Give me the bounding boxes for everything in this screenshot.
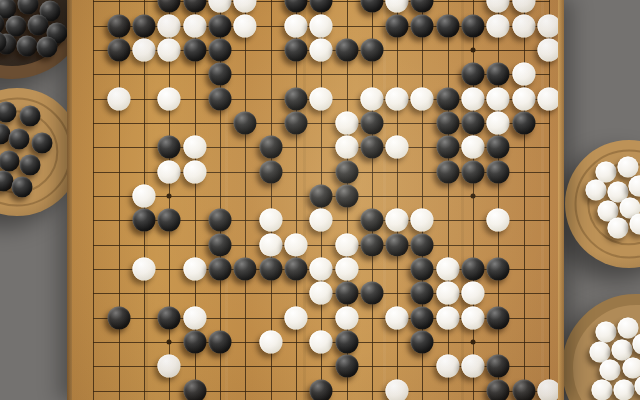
- grid-line-col-17: [524, 0, 525, 400]
- black-stone-10-16[interactable]: [335, 355, 358, 378]
- hoshi-point-15-15: [471, 339, 476, 344]
- black-stone-2-2[interactable]: [132, 14, 155, 37]
- black-stone-8-6[interactable]: [284, 112, 307, 135]
- table-surface: [0, 0, 640, 400]
- black-stone-14-2[interactable]: [436, 14, 459, 37]
- white-stone-4-14[interactable]: [183, 306, 206, 329]
- black-stone-16-8[interactable]: [487, 160, 510, 183]
- black-stone-13-1[interactable]: [411, 0, 434, 13]
- white-stone-9-15[interactable]: [310, 330, 333, 353]
- hoshi-point-3-15: [167, 339, 172, 344]
- white-stone-17-4[interactable]: [512, 63, 535, 86]
- black-stone-16-4[interactable]: [487, 63, 510, 86]
- white-stone-12-10[interactable]: [386, 209, 409, 232]
- hoshi-point-15-3: [471, 48, 476, 53]
- black-stone-5-12[interactable]: [208, 257, 231, 280]
- white-stone-10-6[interactable]: [335, 112, 358, 135]
- white-stone-16-1[interactable]: [487, 0, 510, 13]
- black-stone-3-14[interactable]: [158, 306, 181, 329]
- white-stone-10-11[interactable]: [335, 233, 358, 256]
- black-stone-11-3[interactable]: [360, 39, 383, 62]
- black-stone-8-12[interactable]: [284, 257, 307, 280]
- white-stone-4-8[interactable]: [183, 160, 206, 183]
- black-stone-14-5[interactable]: [436, 87, 459, 110]
- white-stone-2-3[interactable]: [132, 39, 155, 62]
- black-stone-in-bowl-black-full[interactable]: [17, 36, 38, 57]
- black-stone-17-17[interactable]: [512, 379, 535, 400]
- white-stone-9-5[interactable]: [310, 87, 333, 110]
- black-stone-3-1[interactable]: [158, 0, 181, 13]
- black-stone-16-7[interactable]: [487, 136, 510, 159]
- white-stone-4-12[interactable]: [183, 257, 206, 280]
- black-stone-15-12[interactable]: [462, 257, 485, 280]
- black-stone-16-16[interactable]: [487, 355, 510, 378]
- white-stone-in-bowl-white-full[interactable]: [592, 380, 613, 400]
- black-stone-7-12[interactable]: [259, 257, 282, 280]
- black-stone-10-9[interactable]: [335, 185, 358, 208]
- white-stone-in-lid-white[interactable]: [608, 218, 629, 239]
- white-stone-14-13[interactable]: [436, 282, 459, 305]
- black-stone-15-6[interactable]: [462, 112, 485, 135]
- black-stone-4-15[interactable]: [183, 330, 206, 353]
- white-stone-9-3[interactable]: [310, 39, 333, 62]
- white-stone-15-5[interactable]: [462, 87, 485, 110]
- black-stone-4-17[interactable]: [183, 379, 206, 400]
- white-stone-in-bowl-white-full[interactable]: [600, 360, 621, 381]
- black-stone-9-17[interactable]: [310, 379, 333, 400]
- black-stone-4-3[interactable]: [183, 39, 206, 62]
- black-stone-11-13[interactable]: [360, 282, 383, 305]
- black-stone-1-14[interactable]: [107, 306, 130, 329]
- grid-line-col-12: [397, 0, 398, 400]
- black-stone-13-12[interactable]: [411, 257, 434, 280]
- board-right-edge: [558, 0, 564, 400]
- black-stone-in-lid-black[interactable]: [32, 133, 53, 154]
- black-stone-16-14[interactable]: [487, 306, 510, 329]
- go-board[interactable]: [67, 0, 564, 400]
- white-stone-16-6[interactable]: [487, 112, 510, 135]
- white-stone-4-2[interactable]: [183, 14, 206, 37]
- black-stone-12-2[interactable]: [386, 14, 409, 37]
- black-stone-11-10[interactable]: [360, 209, 383, 232]
- white-stone-4-7[interactable]: [183, 136, 206, 159]
- black-stone-13-2[interactable]: [411, 14, 434, 37]
- black-stone-10-13[interactable]: [335, 282, 358, 305]
- white-stone-13-10[interactable]: [411, 209, 434, 232]
- white-stone-15-13[interactable]: [462, 282, 485, 305]
- white-stone-14-16[interactable]: [436, 355, 459, 378]
- black-stone-10-8[interactable]: [335, 160, 358, 183]
- black-stone-10-3[interactable]: [335, 39, 358, 62]
- black-stone-3-10[interactable]: [158, 209, 181, 232]
- grid-line-col-14: [448, 0, 449, 400]
- black-stone-3-7[interactable]: [158, 136, 181, 159]
- black-stone-16-12[interactable]: [487, 257, 510, 280]
- black-stone-11-1[interactable]: [360, 0, 383, 13]
- white-stone-2-9[interactable]: [132, 185, 155, 208]
- black-stone-15-8[interactable]: [462, 160, 485, 183]
- black-stone-14-8[interactable]: [436, 160, 459, 183]
- black-stone-6-6[interactable]: [234, 112, 257, 135]
- white-stone-8-2[interactable]: [284, 14, 307, 37]
- black-stone-16-17[interactable]: [487, 379, 510, 400]
- black-stone-1-2[interactable]: [107, 14, 130, 37]
- black-stone-10-15[interactable]: [335, 330, 358, 353]
- white-stone-6-2[interactable]: [234, 14, 257, 37]
- grid-line-row-11: [93, 245, 550, 246]
- white-stone-in-bowl-white-full[interactable]: [623, 358, 640, 379]
- white-stone-15-7[interactable]: [462, 136, 485, 159]
- white-stone-13-5[interactable]: [411, 87, 434, 110]
- white-stone-16-10[interactable]: [487, 209, 510, 232]
- black-stone-14-6[interactable]: [436, 112, 459, 135]
- black-stone-13-14[interactable]: [411, 306, 434, 329]
- black-stone-5-3[interactable]: [208, 39, 231, 62]
- white-stone-in-bowl-white-full[interactable]: [596, 322, 617, 343]
- white-stone-16-5[interactable]: [487, 87, 510, 110]
- white-stone-14-12[interactable]: [436, 257, 459, 280]
- white-stone-11-5[interactable]: [360, 87, 383, 110]
- black-stone-5-11[interactable]: [208, 233, 231, 256]
- black-stone-8-1[interactable]: [284, 0, 307, 13]
- white-stone-2-12[interactable]: [132, 257, 155, 280]
- black-stone-9-9[interactable]: [310, 185, 333, 208]
- black-stone-11-6[interactable]: [360, 112, 383, 135]
- white-stone-3-3[interactable]: [158, 39, 181, 62]
- black-stone-13-15[interactable]: [411, 330, 434, 353]
- white-stone-8-11[interactable]: [284, 233, 307, 256]
- white-stone-3-5[interactable]: [158, 87, 181, 110]
- black-stone-11-11[interactable]: [360, 233, 383, 256]
- white-stone-10-7[interactable]: [335, 136, 358, 159]
- white-stone-1-5[interactable]: [107, 87, 130, 110]
- black-stone-8-3[interactable]: [284, 39, 307, 62]
- white-stone-9-10[interactable]: [310, 209, 333, 232]
- black-stone-8-5[interactable]: [284, 87, 307, 110]
- black-stone-17-6[interactable]: [512, 112, 535, 135]
- grid-line-col-0: [93, 0, 94, 400]
- black-stone-4-1[interactable]: [183, 0, 206, 13]
- black-stone-in-lid-black[interactable]: [9, 129, 30, 150]
- white-stone-10-14[interactable]: [335, 306, 358, 329]
- white-stone-17-1[interactable]: [512, 0, 535, 13]
- black-stone-5-15[interactable]: [208, 330, 231, 353]
- white-stone-in-lid-white[interactable]: [618, 157, 639, 178]
- black-stone-5-2[interactable]: [208, 14, 231, 37]
- black-stone-15-2[interactable]: [462, 14, 485, 37]
- black-stone-1-3[interactable]: [107, 39, 130, 62]
- white-stone-7-15[interactable]: [259, 330, 282, 353]
- board-left-edge: [67, 0, 72, 400]
- white-stone-12-17[interactable]: [386, 379, 409, 400]
- white-stone-7-10[interactable]: [259, 209, 282, 232]
- white-stone-9-13[interactable]: [310, 282, 333, 305]
- black-stone-in-lid-black[interactable]: [20, 155, 41, 176]
- white-stone-17-2[interactable]: [512, 14, 535, 37]
- white-stone-15-14[interactable]: [462, 306, 485, 329]
- white-stone-16-2[interactable]: [487, 14, 510, 37]
- white-stone-in-bowl-white-full[interactable]: [614, 380, 635, 400]
- black-stone-in-bowl-black-full[interactable]: [37, 37, 58, 58]
- black-stone-5-10[interactable]: [208, 209, 231, 232]
- black-stone-in-lid-black[interactable]: [20, 106, 41, 127]
- white-stone-10-12[interactable]: [335, 257, 358, 280]
- white-stone-12-7[interactable]: [386, 136, 409, 159]
- black-stone-15-4[interactable]: [462, 63, 485, 86]
- black-stone-13-13[interactable]: [411, 282, 434, 305]
- black-stone-5-4[interactable]: [208, 63, 231, 86]
- white-stone-9-2[interactable]: [310, 14, 333, 37]
- hoshi-point-15-9: [471, 194, 476, 199]
- white-stone-12-5[interactable]: [386, 87, 409, 110]
- white-stone-17-5[interactable]: [512, 87, 535, 110]
- black-stone-11-7[interactable]: [360, 136, 383, 159]
- grid-line-col-6: [245, 0, 246, 400]
- white-stone-12-1[interactable]: [386, 0, 409, 13]
- white-stone-3-2[interactable]: [158, 14, 181, 37]
- black-stone-5-5[interactable]: [208, 87, 231, 110]
- white-stone-3-8[interactable]: [158, 160, 181, 183]
- black-stone-14-7[interactable]: [436, 136, 459, 159]
- white-stone-6-1[interactable]: [234, 0, 257, 13]
- black-stone-in-lid-black[interactable]: [12, 177, 33, 198]
- white-stone-7-11[interactable]: [259, 233, 282, 256]
- white-stone-in-lid-white[interactable]: [586, 180, 607, 201]
- black-stone-in-bowl-black-full[interactable]: [28, 15, 49, 36]
- black-stone-6-12[interactable]: [234, 257, 257, 280]
- white-stone-8-14[interactable]: [284, 306, 307, 329]
- white-stone-12-14[interactable]: [386, 306, 409, 329]
- black-stone-9-1[interactable]: [310, 0, 333, 13]
- black-stone-2-10[interactable]: [132, 209, 155, 232]
- white-stone-3-16[interactable]: [158, 355, 181, 378]
- white-stone-14-14[interactable]: [436, 306, 459, 329]
- grid-line-col-16: [498, 0, 499, 400]
- black-stone-12-11[interactable]: [386, 233, 409, 256]
- white-stone-5-1[interactable]: [208, 0, 231, 13]
- hoshi-point-3-9: [167, 194, 172, 199]
- black-stone-13-11[interactable]: [411, 233, 434, 256]
- white-stone-9-12[interactable]: [310, 257, 333, 280]
- black-stone-7-8[interactable]: [259, 160, 282, 183]
- white-stone-15-16[interactable]: [462, 355, 485, 378]
- black-stone-7-7[interactable]: [259, 136, 282, 159]
